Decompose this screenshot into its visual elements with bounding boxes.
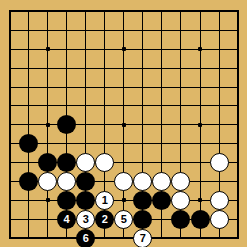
stone-black-3-6 — [57, 115, 76, 134]
stone-black-1-9 — [19, 172, 38, 191]
stone-white-11-10 — [210, 191, 229, 210]
stone-move-number: 4 — [64, 214, 70, 225]
stone-white-3-9 — [57, 172, 76, 191]
hoshi-point-10-2 — [198, 47, 202, 51]
stone-white-2-9 — [38, 172, 57, 191]
move-4-stone-black-3-11: 4 — [57, 210, 76, 229]
stone-black-2-8 — [38, 153, 57, 172]
stone-black-7-10 — [133, 191, 152, 210]
stone-black-10-11 — [191, 210, 210, 229]
stone-white-11-11 — [210, 210, 229, 229]
stone-white-6-9 — [114, 172, 133, 191]
move-2-stone-black-5-11: 2 — [95, 210, 114, 229]
go-board[interactable]: 1432567 — [0, 0, 247, 247]
move-1-stone-white-5-10: 1 — [95, 191, 114, 210]
hoshi-point-2-10 — [46, 198, 50, 202]
grid-line-v-12 — [237, 10, 239, 239]
stone-white-9-10 — [171, 191, 190, 210]
hoshi-point-2-2 — [46, 47, 50, 51]
stone-black-4-9 — [76, 172, 95, 191]
stone-black-3-8 — [57, 153, 76, 172]
move-7-stone-white-7-12: 7 — [133, 229, 152, 247]
grid-line-h-12 — [9, 237, 240, 239]
stone-black-8-10 — [152, 191, 171, 210]
move-5-stone-white-6-11: 5 — [114, 210, 133, 229]
move-6-stone-black-4-12: 6 — [76, 229, 95, 247]
hoshi-point-2-6 — [46, 123, 50, 127]
stone-white-5-8 — [95, 153, 114, 172]
go-diagram: { "game": "go", "board": { "size": 13, "… — [0, 0, 247, 247]
stone-black-3-10 — [57, 191, 76, 210]
stone-white-8-9 — [152, 172, 171, 191]
stone-white-4-8 — [76, 153, 95, 172]
stone-move-number: 2 — [102, 214, 108, 225]
stone-move-number: 7 — [140, 233, 146, 244]
stone-move-number: 1 — [102, 195, 108, 206]
grid-line-h-7 — [9, 143, 240, 144]
hoshi-point-10-6 — [198, 123, 202, 127]
stone-white-7-9 — [133, 172, 152, 191]
hoshi-point-6-10 — [122, 198, 126, 202]
stone-move-number: 3 — [83, 214, 89, 225]
stone-black-7-11 — [133, 210, 152, 229]
stone-move-number: 5 — [121, 214, 127, 225]
stone-black-4-10 — [76, 191, 95, 210]
hoshi-point-6-6 — [122, 123, 126, 127]
stone-black-1-7 — [19, 134, 38, 153]
hoshi-point-10-10 — [198, 198, 202, 202]
stone-move-number: 6 — [83, 233, 89, 244]
stone-white-9-9 — [171, 172, 190, 191]
stone-white-11-8 — [210, 153, 229, 172]
move-3-stone-white-4-11: 3 — [76, 210, 95, 229]
hoshi-point-6-2 — [122, 47, 126, 51]
stone-black-9-11 — [171, 210, 190, 229]
